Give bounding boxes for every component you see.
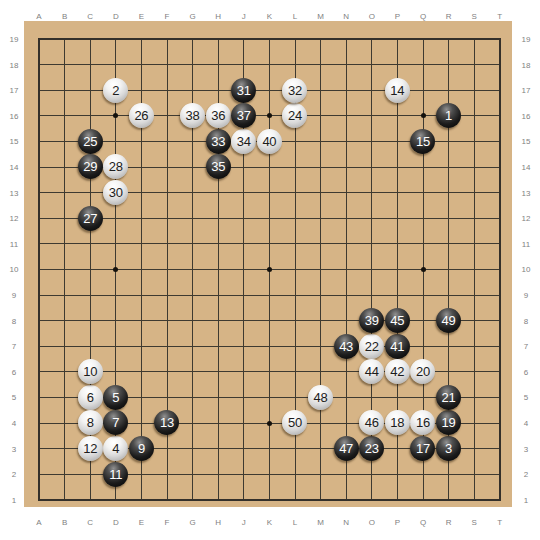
move-number: 10 [83, 365, 97, 378]
coordinate-label: 8 [12, 316, 16, 325]
move-number: 3 [445, 442, 452, 455]
coordinate-label: P [395, 518, 400, 527]
coordinate-label: O [369, 12, 375, 21]
move-number: 13 [160, 416, 174, 429]
coordinate-label: B [62, 518, 67, 527]
coordinate-label: 1 [524, 495, 528, 504]
stone-black: 3 [436, 436, 461, 461]
coordinate-label: 11 [522, 239, 530, 248]
move-number: 35 [211, 160, 225, 173]
stone-white: 38 [180, 103, 205, 128]
stone-black: 39 [359, 308, 384, 333]
move-number: 42 [390, 365, 404, 378]
coordinate-label: H [215, 518, 221, 527]
move-number: 41 [390, 340, 404, 353]
move-number: 23 [365, 442, 379, 455]
coordinate-label: 4 [524, 419, 528, 428]
stone-white: 40 [257, 129, 282, 154]
coordinate-label: 19 [10, 35, 19, 44]
move-number: 31 [237, 84, 251, 97]
stone-white: 48 [308, 385, 333, 410]
move-number: 36 [211, 109, 225, 122]
move-number: 15 [416, 135, 430, 148]
coordinate-label: 2 [12, 470, 16, 479]
coordinate-label: L [293, 12, 297, 21]
move-number: 46 [365, 416, 379, 429]
coordinate-label: T [497, 12, 502, 21]
move-number: 12 [83, 442, 97, 455]
stone-white: 44 [359, 359, 384, 384]
coordinate-label: E [139, 12, 144, 21]
go-diagram-page: 1234567891011121314151617181920212223242… [0, 0, 540, 540]
coordinate-label: 13 [522, 188, 531, 197]
stone-black: 7 [103, 410, 128, 435]
stone-black: 15 [410, 129, 435, 154]
stone-white: 24 [282, 103, 307, 128]
coordinate-label: K [267, 518, 272, 527]
stone-white: 42 [385, 359, 410, 384]
move-number: 27 [83, 212, 97, 225]
coordinate-label: 6 [524, 367, 528, 376]
coordinate-label: 6 [12, 367, 16, 376]
move-number: 17 [416, 442, 430, 455]
coordinate-label: A [36, 518, 41, 527]
coordinate-label: J [242, 12, 246, 21]
move-number: 21 [442, 391, 456, 404]
stone-white: 12 [78, 436, 103, 461]
coordinate-label: Q [420, 518, 426, 527]
coordinate-label: 19 [522, 35, 531, 44]
coordinate-label: C [87, 12, 93, 21]
coordinate-label: 14 [522, 163, 531, 172]
stone-white: 28 [103, 154, 128, 179]
coordinate-label: 1 [12, 495, 16, 504]
move-number: 9 [138, 442, 145, 455]
stone-black: 41 [385, 334, 410, 359]
move-number: 33 [211, 135, 225, 148]
move-number: 25 [83, 135, 97, 148]
move-number: 4 [112, 442, 119, 455]
coordinate-label: F [165, 518, 170, 527]
stone-white: 22 [359, 334, 384, 359]
stone-black: 49 [436, 308, 461, 333]
coordinate-label: 17 [10, 86, 19, 95]
stone-grid: 1234567891011121314151617181920212223242… [26, 26, 512, 512]
stone-white: 4 [103, 436, 128, 461]
move-number: 19 [442, 416, 456, 429]
move-number: 8 [87, 416, 94, 429]
coordinate-label: G [189, 518, 195, 527]
coordinate-label: A [36, 12, 41, 21]
stone-black: 35 [206, 154, 231, 179]
move-number: 6 [87, 391, 94, 404]
coordinate-label: 18 [10, 60, 19, 69]
coordinate-label: M [317, 12, 324, 21]
move-number: 49 [442, 314, 456, 327]
coordinate-label: 7 [12, 342, 16, 351]
stone-black: 21 [436, 385, 461, 410]
stone-white: 26 [129, 103, 154, 128]
move-number: 14 [390, 84, 404, 97]
coordinate-label: G [189, 12, 195, 21]
coordinate-label: 17 [522, 86, 531, 95]
coordinate-label: 15 [10, 137, 19, 146]
coordinate-label: O [369, 518, 375, 527]
coordinate-label: 4 [12, 419, 16, 428]
stone-white: 6 [78, 385, 103, 410]
move-number: 50 [288, 416, 302, 429]
coordinate-label: T [497, 518, 502, 527]
move-number: 2 [112, 84, 119, 97]
coordinate-label: 11 [10, 239, 18, 248]
move-number: 26 [134, 109, 148, 122]
stone-white: 10 [78, 359, 103, 384]
stone-black: 19 [436, 410, 461, 435]
stone-black: 33 [206, 129, 231, 154]
stone-black: 29 [78, 154, 103, 179]
stone-white: 18 [385, 410, 410, 435]
coordinate-label: D [113, 518, 119, 527]
stone-white: 16 [410, 410, 435, 435]
stone-white: 8 [78, 410, 103, 435]
coordinate-label: 5 [524, 393, 528, 402]
move-number: 40 [262, 135, 276, 148]
coordinate-label: 12 [522, 214, 531, 223]
stone-white: 14 [385, 78, 410, 103]
coordinate-label: F [165, 12, 170, 21]
coordinate-label: N [343, 518, 349, 527]
stone-white: 30 [103, 180, 128, 205]
move-number: 38 [186, 109, 200, 122]
coordinate-label: L [293, 518, 297, 527]
move-number: 39 [365, 314, 379, 327]
coordinate-label: C [87, 518, 93, 527]
coordinate-label: H [215, 12, 221, 21]
coordinate-label: D [113, 12, 119, 21]
move-number: 7 [112, 416, 119, 429]
coordinate-label: 12 [10, 214, 19, 223]
coordinate-label: E [139, 518, 144, 527]
stone-white: 50 [282, 410, 307, 435]
coordinate-label: 10 [10, 265, 19, 274]
stone-black: 43 [334, 334, 359, 359]
stone-white: 32 [282, 78, 307, 103]
stone-black: 17 [410, 436, 435, 461]
move-number: 47 [339, 442, 353, 455]
stone-black: 23 [359, 436, 384, 461]
stone-black: 31 [231, 78, 256, 103]
stone-black: 25 [78, 129, 103, 154]
coordinate-label: S [472, 518, 477, 527]
coordinate-label: 9 [12, 291, 16, 300]
move-number: 45 [390, 314, 404, 327]
stone-black: 11 [103, 462, 128, 487]
coordinate-label: P [395, 12, 400, 21]
move-number: 18 [390, 416, 404, 429]
coordinate-label: J [242, 518, 246, 527]
coordinate-label: 14 [10, 163, 19, 172]
stone-white: 34 [231, 129, 256, 154]
coordinate-label: Q [420, 12, 426, 21]
stone-black: 1 [436, 103, 461, 128]
move-number: 5 [112, 391, 119, 404]
coordinate-label: S [472, 12, 477, 21]
stone-black: 45 [385, 308, 410, 333]
stone-white: 2 [103, 78, 128, 103]
coordinate-label: R [446, 518, 452, 527]
stone-black: 27 [78, 206, 103, 231]
coordinate-label: M [317, 518, 324, 527]
stone-black: 13 [154, 410, 179, 435]
move-number: 22 [365, 340, 379, 353]
move-number: 32 [288, 84, 302, 97]
move-number: 11 [109, 468, 122, 481]
coordinate-label: 10 [522, 265, 531, 274]
move-number: 44 [365, 365, 379, 378]
stone-white: 46 [359, 410, 384, 435]
coordinate-label: 16 [522, 111, 531, 120]
coordinate-label: 2 [524, 470, 528, 479]
coordinate-label: 16 [10, 111, 19, 120]
coordinate-label: 18 [522, 60, 531, 69]
move-number: 34 [237, 135, 251, 148]
coordinate-label: 7 [524, 342, 528, 351]
move-number: 1 [445, 109, 452, 122]
move-number: 37 [237, 109, 251, 122]
move-number: 16 [416, 416, 430, 429]
coordinate-label: 8 [524, 316, 528, 325]
move-number: 48 [314, 391, 328, 404]
stone-white: 36 [206, 103, 231, 128]
stone-black: 5 [103, 385, 128, 410]
move-number: 29 [83, 160, 97, 173]
move-number: 30 [109, 186, 123, 199]
coordinate-label: 5 [12, 393, 16, 402]
move-number: 28 [109, 160, 123, 173]
coordinate-label: K [267, 12, 272, 21]
coordinate-label: 15 [522, 137, 531, 146]
coordinate-label: 13 [10, 188, 19, 197]
move-number: 43 [339, 340, 353, 353]
move-number: 24 [288, 109, 302, 122]
coordinate-label: R [446, 12, 452, 21]
move-number: 20 [416, 365, 430, 378]
coordinate-label: B [62, 12, 67, 21]
stone-white: 20 [410, 359, 435, 384]
coordinate-label: 3 [524, 444, 528, 453]
stone-black: 47 [334, 436, 359, 461]
coordinate-label: 9 [524, 291, 528, 300]
stone-black: 37 [231, 103, 256, 128]
coordinate-label: 3 [12, 444, 16, 453]
stone-black: 9 [129, 436, 154, 461]
coordinate-label: N [343, 12, 349, 21]
